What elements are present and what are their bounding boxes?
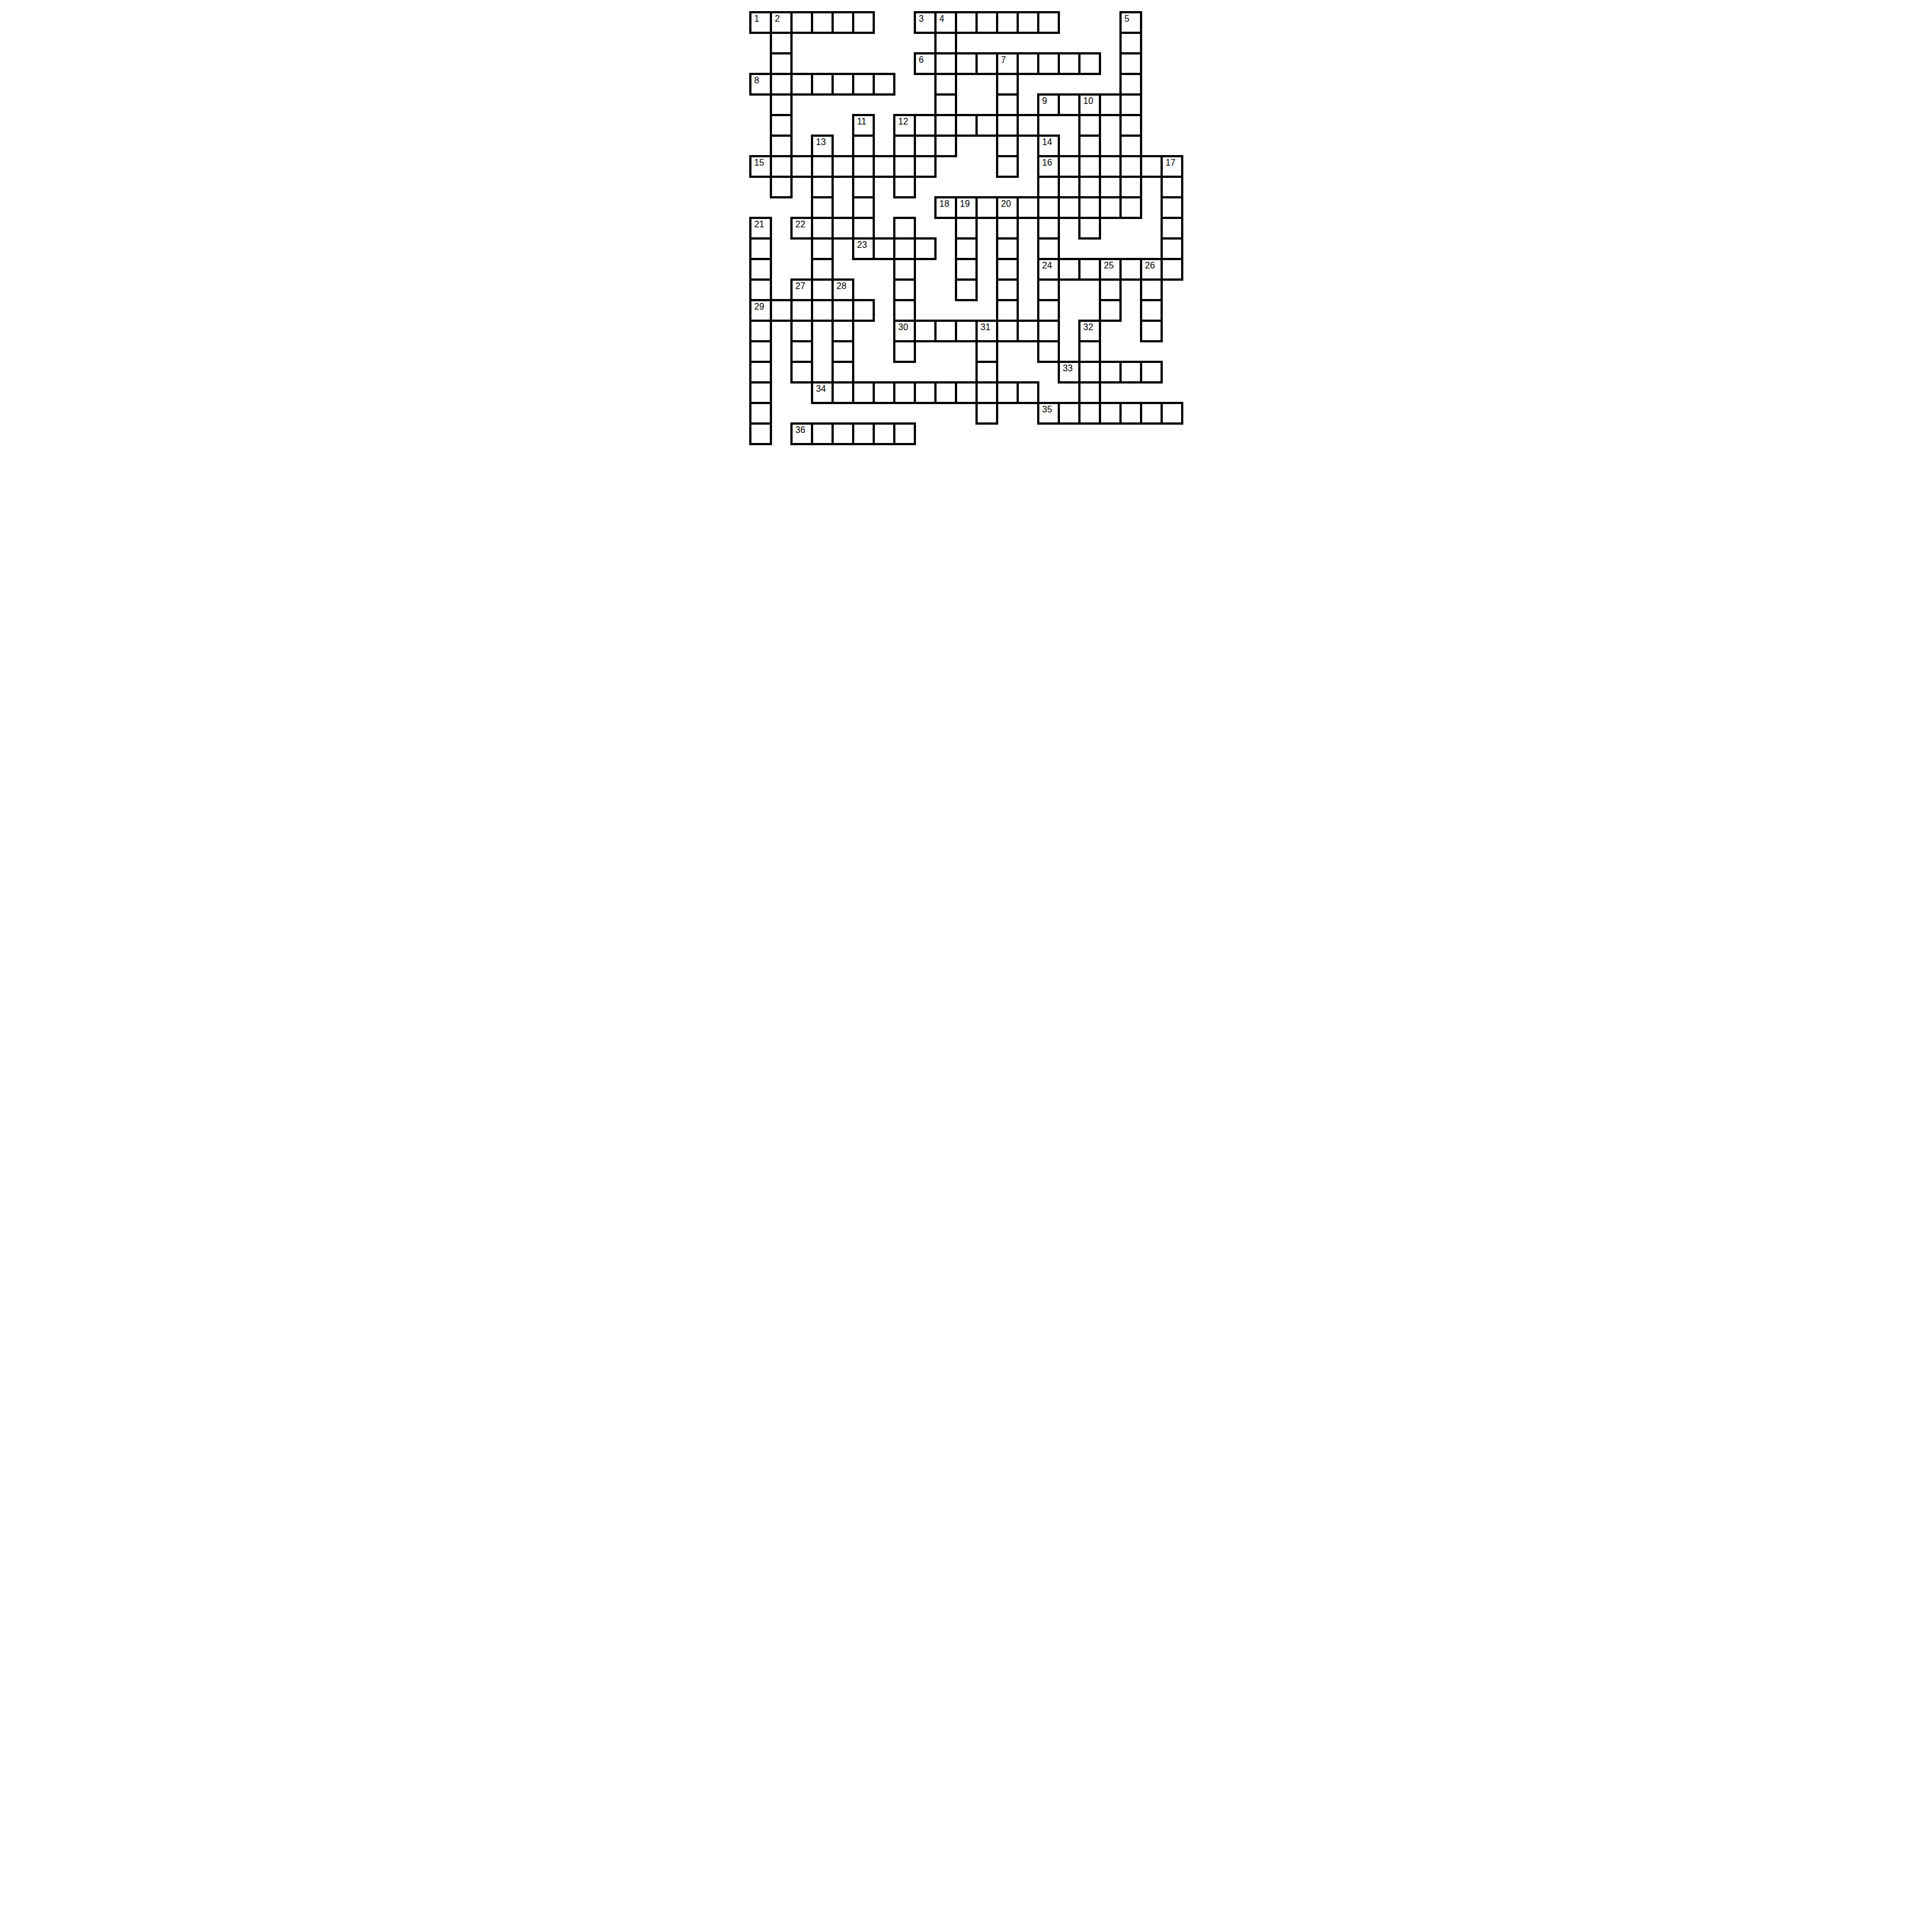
- crossword-cell-r19c14[interactable]: 35: [1037, 402, 1060, 425]
- crossword-cell-r15c9[interactable]: [934, 320, 957, 342]
- crossword-cell-r6c1[interactable]: [770, 135, 793, 157]
- crossword-cell-r13c2[interactable]: 27: [790, 278, 813, 301]
- crossword-cell-r7c19[interactable]: [1140, 155, 1163, 178]
- crossword-cell-r9c3[interactable]: [811, 196, 834, 219]
- crossword-cell-r2c12[interactable]: 7: [996, 52, 1019, 75]
- clue-number-5: 5: [1124, 14, 1129, 24]
- crossword-cell-r14c2[interactable]: [790, 299, 813, 322]
- crossword-cell-r14c1[interactable]: [770, 299, 793, 322]
- clue-number-24: 24: [1042, 261, 1052, 271]
- crossword-cell-r19c18[interactable]: [1119, 402, 1142, 425]
- crossword-cell-r11c6[interactable]: [873, 237, 895, 260]
- crossword-cell-r9c13[interactable]: [1017, 196, 1039, 219]
- crossword-cell-r8c18[interactable]: [1119, 176, 1142, 198]
- crossword-cell-r7c4[interactable]: [831, 155, 854, 178]
- crossword-cell-r9c15[interactable]: [1058, 196, 1080, 219]
- crossword-cell-r3c9[interactable]: [934, 73, 957, 96]
- crossword-cell-r8c3[interactable]: [811, 176, 834, 198]
- crossword-cell-r9c9[interactable]: 18: [934, 196, 957, 219]
- crossword-cell-r10c7[interactable]: [893, 217, 916, 240]
- crossword-cell-r11c5[interactable]: 23: [852, 237, 875, 260]
- crossword-cell-r15c4[interactable]: [831, 320, 854, 342]
- crossword-cell-r14c4[interactable]: [831, 299, 854, 322]
- crossword-cell-r18c9[interactable]: [934, 381, 957, 404]
- clue-number-6: 6: [919, 55, 924, 65]
- crossword-cell-r17c17[interactable]: [1099, 361, 1122, 384]
- clue-number-19: 19: [960, 199, 970, 209]
- crossword-cell-r13c17[interactable]: [1099, 278, 1122, 301]
- crossword-cell-r9c20[interactable]: [1161, 196, 1183, 219]
- crossword-cell-r20c2[interactable]: 36: [790, 422, 813, 445]
- crossword-cell-r16c16[interactable]: [1078, 340, 1101, 363]
- crossword-cell-r20c7[interactable]: [893, 422, 916, 445]
- crossword-cell-r6c18[interactable]: [1119, 135, 1142, 157]
- crossword-cell-r18c13[interactable]: [1017, 381, 1039, 404]
- crossword-cell-r12c3[interactable]: [811, 258, 834, 281]
- crossword-cell-r6c3[interactable]: 13: [811, 135, 834, 157]
- crossword-cell-r20c3[interactable]: [811, 422, 834, 445]
- crossword-cell-r14c12[interactable]: [996, 299, 1019, 322]
- crossword-cell-r2c14[interactable]: [1037, 52, 1060, 75]
- crossword-cell-r6c16[interactable]: [1078, 135, 1101, 157]
- crossword-cell-r18c3[interactable]: 34: [811, 381, 834, 404]
- crossword-cell-r6c9[interactable]: [934, 135, 957, 157]
- crossword-cell-r10c10[interactable]: [955, 217, 978, 240]
- crossword-cell-r6c5[interactable]: [852, 135, 875, 157]
- crossword-cell-r18c16[interactable]: [1078, 381, 1101, 404]
- crossword-cell-r20c0[interactable]: [749, 422, 772, 445]
- clue-number-17: 17: [1166, 158, 1176, 168]
- crossword-cell-r11c20[interactable]: [1161, 237, 1183, 260]
- crossword-cell-r11c7[interactable]: [893, 237, 916, 260]
- crossword-cell-r2c11[interactable]: [975, 52, 998, 75]
- crossword-cell-r4c18[interactable]: [1119, 93, 1142, 116]
- crossword-cell-r5c16[interactable]: [1078, 114, 1101, 137]
- clue-number-1: 1: [754, 14, 759, 24]
- crossword-cell-r17c15[interactable]: 33: [1058, 361, 1080, 384]
- crossword-cell-r20c4[interactable]: [831, 422, 854, 445]
- crossword-cell-r13c3[interactable]: [811, 278, 834, 301]
- clue-number-36: 36: [795, 425, 805, 435]
- crossword-cell-r11c0[interactable]: [749, 237, 772, 260]
- crossword-cell-r17c0[interactable]: [749, 361, 772, 384]
- crossword-cell-r5c5[interactable]: 11: [852, 114, 875, 137]
- crossword-cell-r3c18[interactable]: [1119, 73, 1142, 96]
- crossword-cell-r0c9[interactable]: 4: [934, 11, 957, 34]
- crossword-cell-r16c11[interactable]: [975, 340, 998, 363]
- crossword-cell-r8c14[interactable]: [1037, 176, 1060, 198]
- crossword-cell-r12c14[interactable]: 24: [1037, 258, 1060, 281]
- crossword-cell-r5c8[interactable]: [914, 114, 937, 137]
- crossword-cell-r18c11[interactable]: [975, 381, 998, 404]
- crossword-cell-r18c12[interactable]: [996, 381, 1019, 404]
- crossword-cell-r13c0[interactable]: [749, 278, 772, 301]
- crossword-cell-r13c7[interactable]: [893, 278, 916, 301]
- crossword-page: 1234567891011121314151617181920212223242…: [749, 0, 1183, 456]
- crossword-cell-r14c5[interactable]: [852, 299, 875, 322]
- crossword-cell-r0c14[interactable]: [1037, 11, 1060, 34]
- crossword-cell-r7c17[interactable]: [1099, 155, 1122, 178]
- crossword-cell-r0c12[interactable]: [996, 11, 1019, 34]
- clue-number-21: 21: [754, 220, 764, 230]
- crossword-cell-r0c5[interactable]: [852, 11, 875, 34]
- crossword-cell-r3c6[interactable]: [873, 73, 895, 96]
- crossword-cell-r12c18[interactable]: [1119, 258, 1142, 281]
- crossword-cell-r0c18[interactable]: 5: [1119, 11, 1142, 34]
- crossword-cell-r13c19[interactable]: [1140, 278, 1163, 301]
- crossword-cell-r7c16[interactable]: [1078, 155, 1101, 178]
- crossword-cell-r10c16[interactable]: [1078, 217, 1101, 240]
- crossword-cell-r16c2[interactable]: [790, 340, 813, 363]
- crossword-cell-r5c1[interactable]: [770, 114, 793, 137]
- crossword-cell-r15c16[interactable]: 32: [1078, 320, 1101, 342]
- clue-number-4: 4: [939, 14, 944, 24]
- clue-number-11: 11: [857, 117, 867, 127]
- crossword-cell-r15c8[interactable]: [914, 320, 937, 342]
- crossword-cell-r11c14[interactable]: [1037, 237, 1060, 260]
- crossword-cell-r8c16[interactable]: [1078, 176, 1101, 198]
- crossword-cell-r19c20[interactable]: [1161, 402, 1183, 425]
- crossword-cell-r0c10[interactable]: [955, 11, 978, 34]
- clue-number-3: 3: [919, 14, 924, 24]
- crossword-cell-r12c20[interactable]: [1161, 258, 1183, 281]
- crossword-cell-r0c13[interactable]: [1017, 11, 1039, 34]
- crossword-cell-r7c3[interactable]: [811, 155, 834, 178]
- crossword-cell-r20c6[interactable]: [873, 422, 895, 445]
- crossword-cell-r6c7[interactable]: [893, 135, 916, 157]
- crossword-cell-r18c10[interactable]: [955, 381, 978, 404]
- crossword-cell-r16c7[interactable]: [893, 340, 916, 363]
- crossword-cell-r7c20[interactable]: 17: [1161, 155, 1183, 178]
- crossword-cell-r18c5[interactable]: [852, 381, 875, 404]
- crossword-cell-r9c17[interactable]: [1099, 196, 1122, 219]
- crossword-cell-r5c11[interactable]: [975, 114, 998, 137]
- crossword-cell-r5c7[interactable]: 12: [893, 114, 916, 137]
- crossword-cell-r2c8[interactable]: 6: [914, 52, 937, 75]
- crossword-cell-r19c15[interactable]: [1058, 402, 1080, 425]
- crossword-cell-r15c7[interactable]: 30: [893, 320, 916, 342]
- clue-number-2: 2: [775, 14, 780, 24]
- clue-number-10: 10: [1083, 96, 1093, 106]
- crossword-cell-r7c15[interactable]: [1058, 155, 1080, 178]
- crossword-cell-r9c10[interactable]: 19: [955, 196, 978, 219]
- clue-number-9: 9: [1042, 96, 1047, 106]
- clue-number-16: 16: [1042, 158, 1052, 168]
- crossword-cell-r17c11[interactable]: [975, 361, 998, 384]
- crossword-cell-r13c14[interactable]: [1037, 278, 1060, 301]
- crossword-cell-r12c19[interactable]: 26: [1140, 258, 1163, 281]
- crossword-cell-r19c17[interactable]: [1099, 402, 1122, 425]
- crossword-cell-r2c18[interactable]: [1119, 52, 1142, 75]
- crossword-cell-r12c7[interactable]: [893, 258, 916, 281]
- crossword-cell-r11c3[interactable]: [811, 237, 834, 260]
- crossword-cell-r2c16[interactable]: [1078, 52, 1101, 75]
- crossword-cell-r8c1[interactable]: [770, 176, 793, 198]
- crossword-cell-r9c12[interactable]: 20: [996, 196, 1019, 219]
- crossword-cell-r8c20[interactable]: [1161, 176, 1183, 198]
- crossword-cell-r16c4[interactable]: [831, 340, 854, 363]
- crossword-cell-r4c14[interactable]: 9: [1037, 93, 1060, 116]
- crossword-cell-r11c8[interactable]: [914, 237, 937, 260]
- crossword-cell-r0c4[interactable]: [831, 11, 854, 34]
- crossword-cell-r5c18[interactable]: [1119, 114, 1142, 137]
- clue-number-12: 12: [898, 117, 908, 127]
- crossword-cell-r17c19[interactable]: [1140, 361, 1163, 384]
- crossword-cell-r7c5[interactable]: [852, 155, 875, 178]
- crossword-cell-r8c7[interactable]: [893, 176, 916, 198]
- crossword-cell-r5c9[interactable]: [934, 114, 957, 137]
- crossword-cell-r7c6[interactable]: [873, 155, 895, 178]
- crossword-cell-r5c13[interactable]: [1017, 114, 1039, 137]
- crossword-cell-r12c17[interactable]: 25: [1099, 258, 1122, 281]
- crossword-cell-r19c19[interactable]: [1140, 402, 1163, 425]
- clue-number-30: 30: [898, 322, 908, 332]
- clue-number-28: 28: [836, 281, 847, 291]
- crossword-cell-r3c0[interactable]: 8: [749, 73, 772, 96]
- clue-number-33: 33: [1063, 364, 1073, 374]
- clue-number-22: 22: [795, 220, 805, 230]
- crossword-cell-r18c7[interactable]: [893, 381, 916, 404]
- clue-number-23: 23: [857, 240, 867, 250]
- crossword-cell-r10c14[interactable]: [1037, 217, 1060, 240]
- clue-number-15: 15: [754, 158, 764, 168]
- crossword-cell-r10c3[interactable]: [811, 217, 834, 240]
- crossword-cell-r0c3[interactable]: [811, 11, 834, 34]
- crossword-cell-r10c12[interactable]: [996, 217, 1019, 240]
- crossword-cell-r5c10[interactable]: [955, 114, 978, 137]
- crossword-cell-r0c8[interactable]: 3: [914, 11, 937, 34]
- crossword-cell-r17c18[interactable]: [1119, 361, 1142, 384]
- crossword-cell-r7c14[interactable]: 16: [1037, 155, 1060, 178]
- crossword-cell-r4c15[interactable]: [1058, 93, 1080, 116]
- crossword-cell-r13c12[interactable]: [996, 278, 1019, 301]
- crossword-cell-r3c2[interactable]: [790, 73, 813, 96]
- crossword-cell-r9c5[interactable]: [852, 196, 875, 219]
- crossword-cell-r15c2[interactable]: [790, 320, 813, 342]
- crossword-cell-r14c17[interactable]: [1099, 299, 1122, 322]
- crossword-cell-r16c0[interactable]: [749, 340, 772, 363]
- crossword-cell-r15c13[interactable]: [1017, 320, 1039, 342]
- clue-number-7: 7: [1001, 55, 1006, 65]
- crossword-cell-r7c2[interactable]: [790, 155, 813, 178]
- crossword-cell-r19c11[interactable]: [975, 402, 998, 425]
- crossword-cell-r9c16[interactable]: [1078, 196, 1101, 219]
- crossword-cell-r3c5[interactable]: [852, 73, 875, 96]
- crossword-cell-r3c4[interactable]: [831, 73, 854, 96]
- crossword-cell-r19c0[interactable]: [749, 402, 772, 425]
- crossword-cell-r7c12[interactable]: [996, 155, 1019, 178]
- crossword-cell-r15c14[interactable]: [1037, 320, 1060, 342]
- crossword-cell-r17c16[interactable]: [1078, 361, 1101, 384]
- crossword-cell-r7c0[interactable]: 15: [749, 155, 772, 178]
- clue-number-13: 13: [816, 137, 826, 147]
- crossword-grid: 1234567891011121314151617181920212223242…: [749, 11, 1183, 445]
- clue-number-27: 27: [795, 281, 805, 291]
- crossword-cell-r18c8[interactable]: [914, 381, 937, 404]
- crossword-cell-r9c11[interactable]: [975, 196, 998, 219]
- crossword-cell-r10c20[interactable]: [1161, 217, 1183, 240]
- crossword-cell-r10c5[interactable]: [852, 217, 875, 240]
- clue-number-31: 31: [980, 322, 990, 332]
- crossword-cell-r14c14[interactable]: [1037, 299, 1060, 322]
- crossword-cell-r12c10[interactable]: [955, 258, 978, 281]
- clue-number-20: 20: [1001, 199, 1011, 209]
- crossword-cell-r12c15[interactable]: [1058, 258, 1080, 281]
- crossword-cell-r4c16[interactable]: 10: [1078, 93, 1101, 116]
- clue-number-35: 35: [1042, 405, 1052, 415]
- crossword-cell-r15c11[interactable]: 31: [975, 320, 998, 342]
- crossword-cell-r9c14[interactable]: [1037, 196, 1060, 219]
- crossword-cell-r3c3[interactable]: [811, 73, 834, 96]
- crossword-cell-r15c0[interactable]: [749, 320, 772, 342]
- crossword-cell-r4c9[interactable]: [934, 93, 957, 116]
- crossword-cell-r7c7[interactable]: [893, 155, 916, 178]
- clue-number-14: 14: [1042, 137, 1052, 147]
- crossword-cell-r2c9[interactable]: [934, 52, 957, 75]
- crossword-cell-r12c0[interactable]: [749, 258, 772, 281]
- clue-number-25: 25: [1104, 261, 1114, 271]
- crossword-cell-r5c12[interactable]: [996, 114, 1019, 137]
- clue-number-32: 32: [1083, 322, 1093, 332]
- crossword-cell-r12c12[interactable]: [996, 258, 1019, 281]
- crossword-cell-r0c0[interactable]: 1: [749, 11, 772, 34]
- clue-number-29: 29: [754, 302, 764, 312]
- crossword-cell-r1c1[interactable]: [770, 32, 793, 54]
- crossword-cell-r2c1[interactable]: [770, 52, 793, 75]
- crossword-cell-r7c1[interactable]: [770, 155, 793, 178]
- crossword-cell-r16c14[interactable]: [1037, 340, 1060, 363]
- crossword-cell-r2c10[interactable]: [955, 52, 978, 75]
- crossword-cell-r18c0[interactable]: [749, 381, 772, 404]
- crossword-cell-r18c6[interactable]: [873, 381, 895, 404]
- crossword-cell-r14c0[interactable]: 29: [749, 299, 772, 322]
- crossword-cell-r4c12[interactable]: [996, 93, 1019, 116]
- crossword-cell-r10c0[interactable]: 21: [749, 217, 772, 240]
- crossword-cell-r1c9[interactable]: [934, 32, 957, 54]
- crossword-cell-r9c18[interactable]: [1119, 196, 1142, 219]
- crossword-cell-r6c14[interactable]: 14: [1037, 135, 1060, 157]
- crossword-cell-r7c8[interactable]: [914, 155, 937, 178]
- crossword-cell-r4c17[interactable]: [1099, 93, 1122, 116]
- crossword-cell-r4c1[interactable]: [770, 93, 793, 116]
- crossword-cell-r0c2[interactable]: [790, 11, 813, 34]
- crossword-cell-r11c10[interactable]: [955, 237, 978, 260]
- crossword-cell-r14c7[interactable]: [893, 299, 916, 322]
- crossword-cell-r10c2[interactable]: 22: [790, 217, 813, 240]
- crossword-cell-r14c3[interactable]: [811, 299, 834, 322]
- crossword-cell-r13c4[interactable]: 28: [831, 278, 854, 301]
- crossword-cell-r0c1[interactable]: 2: [770, 11, 793, 34]
- clue-number-8: 8: [754, 76, 759, 86]
- crossword-cell-r7c18[interactable]: [1119, 155, 1142, 178]
- crossword-cell-r2c15[interactable]: [1058, 52, 1080, 75]
- crossword-cell-r12c16[interactable]: [1078, 258, 1101, 281]
- clue-number-26: 26: [1145, 261, 1155, 271]
- crossword-cell-r13c10[interactable]: [955, 278, 978, 301]
- crossword-cell-r15c19[interactable]: [1140, 320, 1163, 342]
- clue-number-18: 18: [939, 199, 949, 209]
- crossword-cell-r18c4[interactable]: [831, 381, 854, 404]
- crossword-cell-r17c4[interactable]: [831, 361, 854, 384]
- crossword-cell-r1c18[interactable]: [1119, 32, 1142, 54]
- crossword-cell-r6c12[interactable]: [996, 135, 1019, 157]
- crossword-cell-r8c5[interactable]: [852, 176, 875, 198]
- crossword-cell-r19c16[interactable]: [1078, 402, 1101, 425]
- clue-number-34: 34: [816, 384, 826, 394]
- crossword-cell-r20c5[interactable]: [852, 422, 875, 445]
- crossword-cell-r15c12[interactable]: [996, 320, 1019, 342]
- crossword-cell-r15c10[interactable]: [955, 320, 978, 342]
- crossword-cell-r14c19[interactable]: [1140, 299, 1163, 322]
- crossword-cell-r0c11[interactable]: [975, 11, 998, 34]
- crossword-cell-r10c4[interactable]: [831, 217, 854, 240]
- crossword-cell-r11c12[interactable]: [996, 237, 1019, 260]
- crossword-cell-r3c1[interactable]: [770, 73, 793, 96]
- crossword-cell-r3c12[interactable]: [996, 73, 1019, 96]
- crossword-cell-r17c2[interactable]: [790, 361, 813, 384]
- crossword-cell-r2c13[interactable]: [1017, 52, 1039, 75]
